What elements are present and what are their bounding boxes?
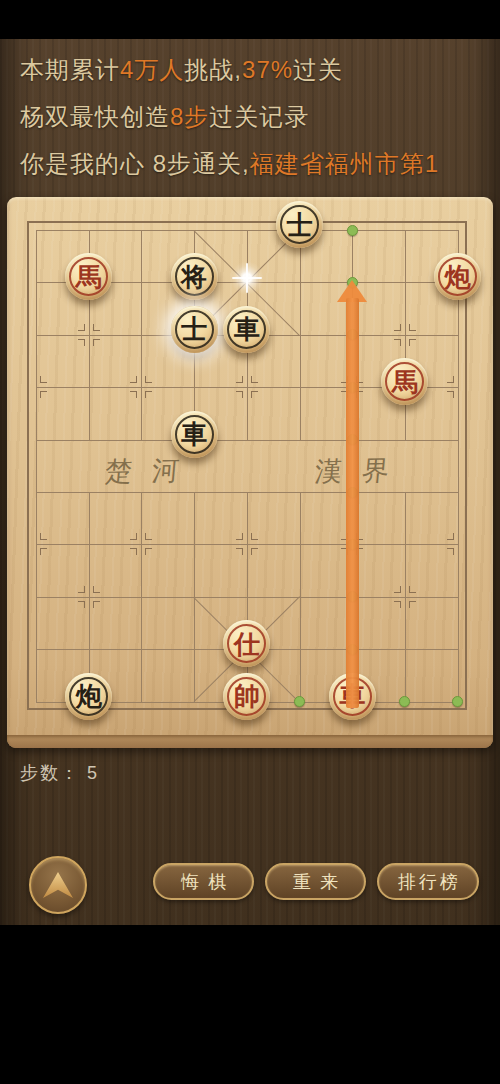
point-marker xyxy=(78,324,85,331)
river-label-han: 漢界 xyxy=(313,452,410,490)
grid-line xyxy=(89,492,90,702)
point-marker xyxy=(78,586,85,593)
point-marker xyxy=(130,533,137,540)
regional-rank-line: 你是我的心 8步通关,福建省福州市第1 xyxy=(20,148,439,180)
point-marker xyxy=(251,533,258,540)
piece-character: 車 xyxy=(234,316,260,342)
undo-move-button[interactable]: 悔棋 xyxy=(153,863,254,900)
piece-black-車[interactable]: 車 xyxy=(223,306,270,353)
point-marker xyxy=(447,548,454,555)
point-marker xyxy=(145,376,152,383)
grid-line xyxy=(405,492,406,702)
collapse-panel-button[interactable] xyxy=(29,856,87,914)
grid-line xyxy=(300,230,301,440)
point-marker xyxy=(251,376,258,383)
piece-character: 士 xyxy=(181,316,207,342)
grid-line xyxy=(458,230,459,702)
point-marker xyxy=(93,586,100,593)
app-background: 本期累计4万人挑战,37%过关 杨双最快创造8步过关记录 你是我的心 8步通关,… xyxy=(0,0,500,1084)
piece-character: 将 xyxy=(181,264,207,290)
grid-line xyxy=(141,492,142,702)
header-text-segment: 过关记录 xyxy=(209,103,309,130)
point-marker xyxy=(130,391,137,398)
point-marker xyxy=(409,339,416,346)
piece-character: 仕 xyxy=(234,631,260,657)
header-text-segment: 4万人 xyxy=(120,56,184,83)
point-marker xyxy=(40,391,47,398)
point-marker xyxy=(130,548,137,555)
chevron-up-icon xyxy=(43,872,73,898)
grid-line xyxy=(141,230,142,440)
piece-black-炮[interactable]: 炮 xyxy=(65,673,112,720)
step-counter-label: 步数： xyxy=(20,763,80,783)
piece-character: 馬 xyxy=(392,369,418,395)
move-dot[interactable] xyxy=(347,225,358,236)
piece-character: 車 xyxy=(181,421,207,447)
point-marker xyxy=(130,376,137,383)
restart-button[interactable]: 重来 xyxy=(265,863,366,900)
header-text-segment: 过关 xyxy=(293,56,343,83)
point-marker xyxy=(251,548,258,555)
last-move-sparkle xyxy=(230,261,264,295)
point-marker xyxy=(93,339,100,346)
point-marker xyxy=(409,586,416,593)
leaderboard-button[interactable]: 排行榜 xyxy=(377,863,479,900)
record-holder-line: 杨双最快创造8步过关记录 xyxy=(20,101,309,133)
point-marker xyxy=(409,324,416,331)
point-marker xyxy=(40,548,47,555)
piece-red-炮[interactable]: 炮 xyxy=(434,253,481,300)
header-text-segment: 你是我的心 8步通关, xyxy=(20,150,250,177)
piece-character: 馬 xyxy=(76,264,102,290)
piece-character: 炮 xyxy=(445,264,471,290)
status-bar xyxy=(0,0,500,39)
river-label-chu: 楚河 xyxy=(103,452,200,490)
grid-line xyxy=(36,230,37,702)
point-marker xyxy=(394,339,401,346)
header-text-segment: 福建省福州市第1 xyxy=(250,150,439,177)
challenge-stats-line: 本期累计4万人挑战,37%过关 xyxy=(20,54,343,86)
point-marker xyxy=(394,324,401,331)
piece-character: 帥 xyxy=(234,683,260,709)
piece-black-将[interactable]: 将 xyxy=(171,253,218,300)
point-marker xyxy=(236,376,243,383)
grid-line xyxy=(405,230,406,440)
point-marker xyxy=(236,391,243,398)
header-text-segment: 37% xyxy=(242,56,293,83)
point-marker xyxy=(251,391,258,398)
header-text-segment: 8步 xyxy=(170,103,209,130)
point-marker xyxy=(447,533,454,540)
point-marker xyxy=(447,376,454,383)
point-marker xyxy=(394,586,401,593)
piece-red-帥[interactable]: 帥 xyxy=(223,673,270,720)
point-marker xyxy=(93,324,100,331)
point-marker xyxy=(78,601,85,608)
step-counter: 步数：5 xyxy=(20,761,99,785)
grid-line xyxy=(36,440,458,441)
piece-character: 炮 xyxy=(76,683,102,709)
point-marker xyxy=(236,548,243,555)
point-marker xyxy=(40,533,47,540)
xiangqi-board[interactable]: 楚河 漢界 士馬将炮士車馬車仕炮帥車 xyxy=(7,197,493,748)
header-text-segment: 本期累计 xyxy=(20,56,120,83)
step-counter-value: 5 xyxy=(87,763,99,783)
hint-arrow-shaft xyxy=(346,298,359,707)
piece-black-士[interactable]: 士 xyxy=(171,306,218,353)
point-marker xyxy=(447,391,454,398)
point-marker xyxy=(394,601,401,608)
point-marker xyxy=(40,376,47,383)
point-marker xyxy=(236,533,243,540)
piece-character: 士 xyxy=(287,212,313,238)
point-marker xyxy=(145,548,152,555)
point-marker xyxy=(78,339,85,346)
piece-black-車[interactable]: 車 xyxy=(171,411,218,458)
grid-line xyxy=(247,492,248,702)
point-marker xyxy=(145,533,152,540)
point-marker xyxy=(145,391,152,398)
point-marker xyxy=(93,601,100,608)
header-text-segment: 挑战, xyxy=(184,56,242,83)
point-marker xyxy=(409,601,416,608)
android-nav-bar: ◁ Bai du 经验 jingyan.baidu.com xyxy=(0,925,500,1084)
header-text-segment: 杨双最快创造 xyxy=(20,103,170,130)
piece-black-士[interactable]: 士 xyxy=(276,201,323,248)
